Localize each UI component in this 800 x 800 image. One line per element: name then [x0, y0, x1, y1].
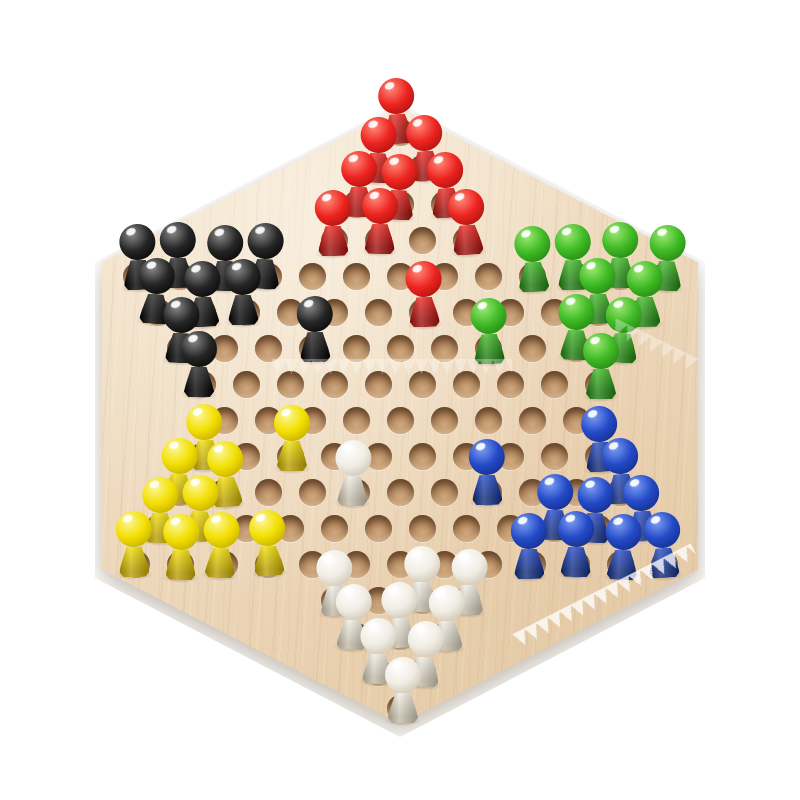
- board-hole[interactable]: [409, 371, 436, 398]
- red-peg-ball: [426, 151, 464, 189]
- board-hole[interactable]: [343, 407, 370, 434]
- board-hole[interactable]: [519, 407, 546, 434]
- white-peg-stem: [337, 476, 368, 507]
- yellow-peg-stem: [277, 441, 307, 471]
- blue-peg-stem: [607, 549, 638, 580]
- white-peg-ball: [316, 549, 353, 586]
- board-hole[interactable]: [387, 335, 414, 362]
- yellow-peg-ball: [206, 440, 244, 478]
- yellow-peg-ball: [163, 514, 199, 550]
- peg-red[interactable]: [360, 188, 401, 255]
- peg-red[interactable]: [313, 190, 354, 257]
- yellow-peg-stem: [253, 545, 285, 577]
- white-peg-ball: [360, 618, 397, 655]
- board-hole[interactable]: [497, 371, 524, 398]
- red-peg-stem: [365, 224, 395, 254]
- blue-peg-ball: [622, 474, 660, 512]
- board-hole[interactable]: [387, 407, 414, 434]
- board-hole[interactable]: [409, 443, 436, 470]
- green-peg-ball: [605, 296, 643, 334]
- black-peg-ball: [247, 222, 284, 259]
- black-peg-stem: [300, 332, 330, 362]
- board-hole[interactable]: [299, 263, 326, 290]
- white-peg-stem: [388, 693, 418, 723]
- black-peg-stem: [228, 295, 258, 325]
- yellow-peg-stem: [119, 547, 149, 577]
- board-hole[interactable]: [321, 371, 348, 398]
- white-peg-ball: [451, 548, 488, 585]
- black-peg-ball: [138, 257, 176, 295]
- board-hole[interactable]: [453, 515, 480, 542]
- board-hole[interactable]: [365, 371, 392, 398]
- board-hole[interactable]: [343, 335, 370, 362]
- peg-green[interactable]: [512, 225, 555, 293]
- green-peg-ball: [470, 298, 507, 335]
- black-peg-ball: [119, 223, 156, 260]
- peg-black[interactable]: [179, 331, 219, 397]
- peg-blue[interactable]: [556, 511, 597, 578]
- peg-white[interactable]: [332, 439, 374, 506]
- yellow-peg-ball: [274, 405, 310, 441]
- peg-red[interactable]: [403, 260, 445, 327]
- peg-black[interactable]: [223, 259, 264, 326]
- black-peg-ball: [181, 331, 217, 367]
- board-hole[interactable]: [255, 335, 282, 362]
- board-hole[interactable]: [431, 407, 458, 434]
- peg-blue[interactable]: [467, 439, 508, 506]
- peg-green[interactable]: [581, 333, 621, 399]
- blue-peg-ball: [577, 476, 614, 513]
- green-peg-ball: [602, 222, 638, 258]
- white-peg-ball: [381, 581, 418, 618]
- red-peg-ball: [362, 188, 398, 224]
- red-peg-stem: [452, 224, 484, 256]
- yellow-peg-stem: [166, 550, 196, 580]
- red-peg-ball: [315, 190, 351, 226]
- peg-yellow[interactable]: [114, 511, 155, 578]
- blue-peg-ball: [643, 511, 681, 549]
- board-hole[interactable]: [255, 479, 282, 506]
- white-peg-ball: [429, 585, 465, 621]
- white-peg-ball: [404, 546, 440, 582]
- board-hole[interactable]: [343, 263, 370, 290]
- black-peg-ball: [160, 222, 196, 258]
- white-peg-ball: [385, 657, 421, 693]
- yellow-peg-ball: [161, 437, 198, 474]
- black-peg-ball: [225, 259, 261, 295]
- board-hole[interactable]: [409, 227, 436, 254]
- black-peg-ball: [163, 297, 200, 334]
- board-hole[interactable]: [321, 515, 348, 542]
- peg-blue[interactable]: [602, 513, 645, 581]
- green-peg-ball: [514, 225, 551, 262]
- blue-peg-stem: [561, 547, 591, 577]
- photo-background: [0, 0, 800, 800]
- green-peg-ball: [558, 294, 595, 331]
- blue-peg-ball: [469, 439, 505, 475]
- peg-blue[interactable]: [641, 511, 685, 579]
- peg-black[interactable]: [295, 296, 336, 363]
- yellow-peg-ball: [142, 477, 178, 513]
- board-hole[interactable]: [475, 263, 502, 290]
- yellow-peg-ball: [116, 511, 152, 547]
- peg-red[interactable]: [445, 188, 489, 256]
- white-peg-ball: [335, 583, 373, 621]
- yellow-peg-ball: [203, 511, 240, 548]
- board-hole[interactable]: [453, 371, 480, 398]
- red-peg-ball: [377, 77, 415, 115]
- yellow-peg-ball: [185, 403, 223, 441]
- peg-green[interactable]: [468, 297, 510, 364]
- red-peg-stem: [318, 226, 348, 256]
- green-peg-ball: [583, 333, 619, 369]
- board-hole[interactable]: [431, 479, 458, 506]
- blue-peg-ball: [605, 513, 642, 550]
- green-peg-stem: [518, 261, 549, 292]
- board-hole[interactable]: [409, 515, 436, 542]
- white-peg-ball: [335, 440, 372, 477]
- board-hole[interactable]: [431, 335, 458, 362]
- green-peg-ball: [627, 261, 663, 297]
- green-peg-stem: [474, 334, 505, 365]
- red-peg-stem: [409, 297, 440, 328]
- board-hole[interactable]: [387, 479, 414, 506]
- yellow-peg-ball: [248, 509, 286, 547]
- red-peg-ball: [341, 151, 377, 187]
- board-hole[interactable]: [233, 371, 260, 398]
- red-peg-ball: [360, 116, 397, 153]
- green-peg-stem: [586, 369, 616, 399]
- red-peg-ball: [405, 114, 443, 152]
- red-peg-ball: [381, 153, 418, 190]
- blue-peg-stem: [648, 547, 680, 579]
- blue-peg-stem: [472, 475, 502, 505]
- black-peg-ball: [297, 296, 333, 332]
- blue-peg-ball: [580, 405, 618, 443]
- green-peg-ball: [649, 224, 686, 261]
- blue-peg-ball: [601, 437, 639, 475]
- blue-peg-stem: [514, 549, 544, 579]
- board-hole[interactable]: [365, 515, 392, 542]
- board-hole[interactable]: [475, 407, 502, 434]
- black-peg-stem: [184, 367, 214, 397]
- green-peg-ball: [555, 224, 591, 260]
- peg-blue[interactable]: [509, 513, 550, 580]
- yellow-peg-ball: [182, 474, 219, 511]
- blue-peg-ball: [511, 513, 547, 549]
- board-hole[interactable]: [299, 479, 326, 506]
- board-hole[interactable]: [541, 371, 568, 398]
- board-hole[interactable]: [365, 299, 392, 326]
- red-peg-ball: [405, 261, 442, 298]
- board-hole[interactable]: [277, 371, 304, 398]
- red-peg-ball: [447, 188, 485, 226]
- board-hole[interactable]: [541, 443, 568, 470]
- blue-peg-ball: [558, 511, 594, 547]
- blue-peg-ball: [537, 474, 573, 510]
- peg-yellow[interactable]: [161, 514, 202, 581]
- green-peg-ball: [579, 257, 616, 294]
- peg-yellow[interactable]: [200, 511, 243, 579]
- yellow-peg-stem: [205, 547, 236, 578]
- black-peg-ball: [184, 260, 221, 297]
- black-peg-ball: [207, 225, 243, 261]
- board-hole[interactable]: [519, 335, 546, 362]
- peg-white[interactable]: [383, 657, 423, 723]
- white-peg-ball: [407, 620, 445, 658]
- peg-yellow[interactable]: [272, 405, 312, 471]
- peg-yellow[interactable]: [246, 509, 290, 577]
